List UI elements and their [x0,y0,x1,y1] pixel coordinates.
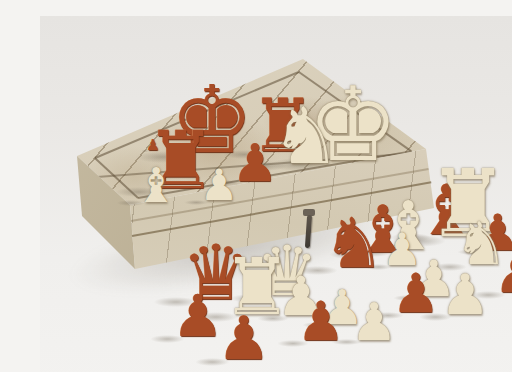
piece-red-pawn: ♟ [232,137,279,185]
piece-white-pawn: ♟ [277,270,325,320]
piece-white-knight: ♞ [271,97,341,169]
piece-red-rook: ♜ [145,121,217,195]
piece-white-pawn: ♟ [440,267,490,319]
piece-white-queen: ♛ [256,237,318,301]
piece-red-bishop: ♝ [354,197,412,257]
piece-white-pawn: ♟ [382,227,422,269]
piece-white-rook: ♜ [222,248,292,320]
piece-red-pawn: ♟ [217,308,271,364]
piece-red-queen: ♛ [182,235,250,305]
piece-red-pawn: ♟ [476,208,512,254]
piece-red-king: ♚ [170,74,253,160]
piece-white-king: ♚ [307,74,398,168]
chess-set-photo: ♟♝♜♚♟♟♜♞♚♛♟♟♜♛♟♟♟♟♞♝♝♟♟♟♝♜♞♟♟♟ [40,16,512,372]
piece-white-knight: ♞ [455,214,508,269]
piece-red-bishop: ♝ [416,176,478,240]
piece-white-bishop: ♝ [134,161,177,205]
piece-red-pawn: ♟ [493,241,512,297]
pieces-layer: ♟♝♜♚♟♟♜♞♚♛♟♟♜♛♟♟♟♟♞♝♝♟♟♟♝♜♞♟♟♟ [40,16,512,372]
piece-white-bishop: ♝ [378,193,438,255]
piece-white-pawn: ♟ [351,296,398,344]
piece-white-rook: ♜ [426,158,509,244]
piece-red-pawn: ♟ [172,287,224,341]
piece-red-rook: ♜ [250,89,315,157]
piece-red-pawn: ♟ [146,138,159,152]
piece-red-knight: ♞ [323,209,385,273]
piece-red-pawn: ♟ [297,295,345,345]
piece-white-pawn: ♟ [412,254,457,300]
piece-red-pawn: ♟ [392,267,440,317]
piece-white-pawn: ♟ [320,283,363,327]
piece-white-pawn: ♟ [200,164,239,204]
